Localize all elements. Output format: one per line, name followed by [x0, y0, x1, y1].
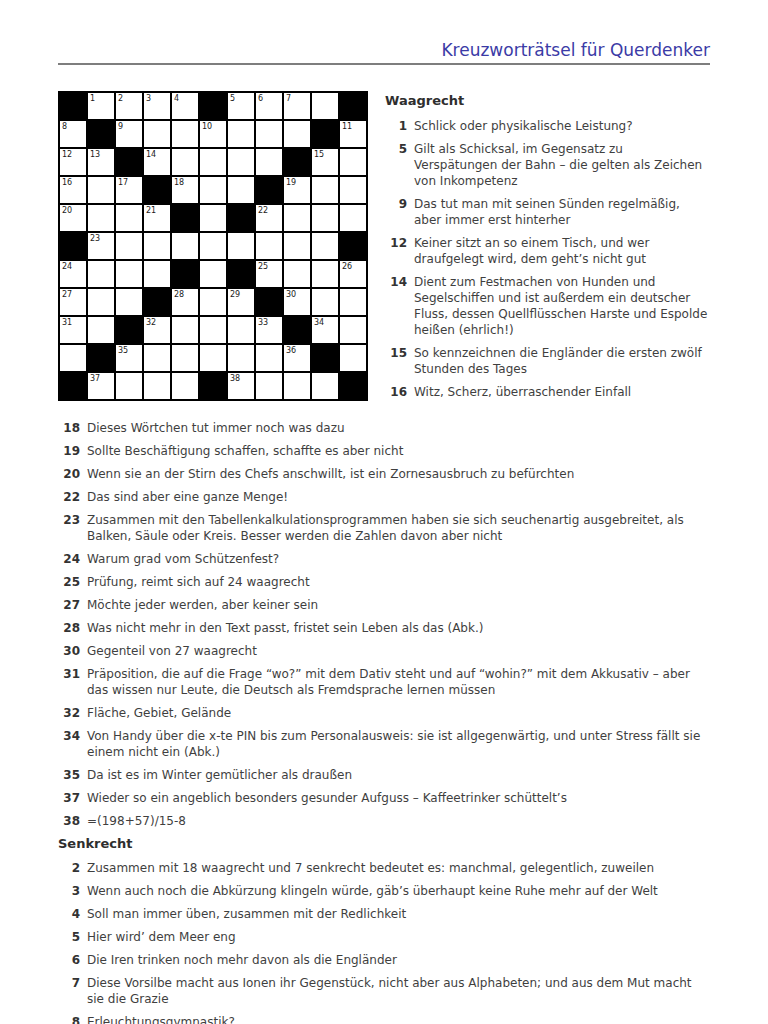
clue-32: 32Fläche, Gebiet, Gelände [58, 705, 710, 721]
white-cell: 27 [60, 289, 86, 315]
white-cell: 37 [88, 373, 114, 399]
white-cell: 25 [256, 261, 282, 287]
clue-text: Das sind aber eine ganze Menge! [87, 489, 710, 505]
black-cell [144, 289, 170, 315]
white-cell [172, 233, 198, 259]
clue-5: 5Gilt als Schicksal, im Gegensatz zu Ver… [385, 141, 710, 189]
clue-15: 15So kennzeichnen die Engländer die erst… [385, 345, 710, 377]
white-cell: 20 [60, 205, 86, 231]
white-cell: 21 [144, 205, 170, 231]
white-cell [200, 233, 226, 259]
clue-12: 12Keiner sitzt an so einem Tisch, und we… [385, 235, 710, 267]
white-cell [88, 177, 114, 203]
cell-number: 30 [286, 290, 296, 299]
black-cell [340, 93, 366, 119]
white-cell: 4 [172, 93, 198, 119]
clue-number: 1 [385, 118, 407, 134]
white-cell [340, 289, 366, 315]
cell-number: 31 [62, 318, 72, 327]
white-cell: 14 [144, 149, 170, 175]
white-cell [228, 149, 254, 175]
clue-number: 4 [58, 906, 80, 922]
white-cell: 30 [284, 289, 310, 315]
white-cell [256, 149, 282, 175]
clue-2: 2Zusammen mit 18 waagrecht und 7 senkrec… [58, 860, 710, 876]
white-cell [88, 317, 114, 343]
white-cell: 9 [116, 121, 142, 147]
across-clues-below: 18Dieses Wörtchen tut immer noch was daz… [58, 420, 710, 1024]
white-cell [256, 233, 282, 259]
white-cell [228, 121, 254, 147]
white-cell: 11 [340, 121, 366, 147]
across-heading: Waagrecht [385, 93, 710, 109]
clue-text: Wenn sie an der Stirn des Chefs anschwil… [87, 466, 710, 482]
cell-number: 18 [174, 178, 184, 187]
black-cell [312, 121, 338, 147]
white-cell [116, 289, 142, 315]
black-cell [284, 149, 310, 175]
clue-number: 8 [58, 1014, 80, 1024]
black-cell [60, 373, 86, 399]
white-cell [312, 177, 338, 203]
clue-number: 6 [58, 952, 80, 968]
clue-number: 24 [58, 551, 80, 567]
cell-number: 3 [146, 94, 151, 103]
white-cell [172, 121, 198, 147]
clue-34: 34Von Handy über die x-te PIN bis zum Pe… [58, 728, 710, 760]
white-cell: 35 [116, 345, 142, 371]
clue-3: 3Wenn auch noch die Abkürzung klingeln w… [58, 883, 710, 899]
across-clues-column: Waagrecht 1Schlick oder physikalische Le… [385, 91, 710, 407]
white-cell: 26 [340, 261, 366, 287]
clue-20: 20Wenn sie an der Stirn des Chefs anschw… [58, 466, 710, 482]
cell-number: 38 [230, 374, 240, 383]
white-cell: 33 [256, 317, 282, 343]
clue-37: 37Wieder so ein angeblich besonders gesu… [58, 790, 710, 806]
black-cell [284, 317, 310, 343]
clue-19: 19Sollte Beschäftigung schaffen, schafft… [58, 443, 710, 459]
cell-number: 6 [258, 94, 263, 103]
clue-text: Zusammen mit 18 waagrecht und 7 senkrech… [87, 860, 710, 876]
white-cell [312, 261, 338, 287]
white-cell [144, 261, 170, 287]
cell-number: 21 [146, 206, 156, 215]
white-cell [312, 93, 338, 119]
clue-text: Warum grad vom Schützenfest? [87, 551, 710, 567]
across-clues-below-list: 18Dieses Wörtchen tut immer noch was daz… [58, 420, 710, 829]
clue-text: Witz, Scherz, überraschender Einfall [414, 384, 710, 400]
clue-text: Dient zum Festmachen von Hunden und Sege… [414, 274, 710, 338]
white-cell: 15 [312, 149, 338, 175]
white-cell: 31 [60, 317, 86, 343]
cell-number: 4 [174, 94, 179, 103]
cell-number: 10 [202, 122, 212, 131]
across-clues-right-list: 1Schlick oder physikalische Leistung?5Gi… [385, 118, 710, 400]
clue-number: 32 [58, 705, 80, 721]
clue-6: 6Die Iren trinken noch mehr davon als di… [58, 952, 710, 968]
white-cell [228, 177, 254, 203]
white-cell [200, 205, 226, 231]
clue-number: 38 [58, 813, 80, 829]
cell-number: 16 [62, 178, 72, 187]
clue-number: 27 [58, 597, 80, 613]
white-cell [312, 205, 338, 231]
cell-number: 19 [286, 178, 296, 187]
white-cell [340, 345, 366, 371]
white-cell [172, 373, 198, 399]
clue-number: 18 [58, 420, 80, 436]
clue-7: 7Diese Vorsilbe macht aus Ionen ihr Gege… [58, 975, 710, 1007]
white-cell [60, 345, 86, 371]
white-cell: 6 [256, 93, 282, 119]
clue-14: 14Dient zum Festmachen von Hunden und Se… [385, 274, 710, 338]
white-cell [172, 317, 198, 343]
clue-number: 7 [58, 975, 80, 1007]
black-cell [200, 93, 226, 119]
clue-number: 14 [385, 274, 407, 338]
white-cell [284, 261, 310, 287]
white-cell: 23 [88, 233, 114, 259]
clue-text: Wieder so ein angeblich besonders gesund… [87, 790, 710, 806]
cell-number: 12 [62, 150, 72, 159]
cell-number: 7 [286, 94, 291, 103]
clue-9: 9Das tut man mit seinen Sünden regelmäßi… [385, 196, 710, 228]
clue-25: 25Prüfung, reimt sich auf 24 waagrecht [58, 574, 710, 590]
clue-text: Da ist es im Winter gemütlicher als drau… [87, 767, 710, 783]
clue-number: 16 [385, 384, 407, 400]
clue-text: Hier wird’ dem Meer eng [87, 929, 710, 945]
white-cell [284, 373, 310, 399]
white-cell [200, 177, 226, 203]
clue-16: 16Witz, Scherz, überraschender Einfall [385, 384, 710, 400]
white-cell [340, 149, 366, 175]
clue-text: Was nicht mehr in den Text passt, friste… [87, 620, 710, 636]
white-cell: 28 [172, 289, 198, 315]
cell-number: 1 [90, 94, 95, 103]
white-cell: 13 [88, 149, 114, 175]
clue-number: 20 [58, 466, 80, 482]
clue-text: Das tut man mit seinen Sünden regelmäßig… [414, 196, 710, 228]
cell-number: 25 [258, 262, 268, 271]
white-cell: 24 [60, 261, 86, 287]
cell-number: 29 [230, 290, 240, 299]
crossword-grid: 1234567891011121314151617181920212223242… [58, 91, 368, 401]
black-cell [88, 121, 114, 147]
clue-text: =(198+57)/15-8 [87, 813, 710, 829]
clue-5: 5Hier wird’ dem Meer eng [58, 929, 710, 945]
white-cell: 18 [172, 177, 198, 203]
clue-text: Möchte jeder werden, aber keiner sein [87, 597, 710, 613]
white-cell: 38 [228, 373, 254, 399]
white-cell [228, 233, 254, 259]
clue-number: 31 [58, 666, 80, 698]
white-cell [88, 261, 114, 287]
clue-text: So kennzeichnen die Engländer die ersten… [414, 345, 710, 377]
clue-number: 15 [385, 345, 407, 377]
clue-text: Von Handy über die x-te PIN bis zum Pers… [87, 728, 710, 760]
cell-number: 27 [62, 290, 72, 299]
cell-number: 36 [286, 346, 296, 355]
clue-text: Diese Vorsilbe macht aus Ionen ihr Gegen… [87, 975, 710, 1007]
cell-number: 20 [62, 206, 72, 215]
white-cell [312, 373, 338, 399]
white-cell [116, 261, 142, 287]
cell-number: 9 [118, 122, 123, 131]
white-cell [144, 345, 170, 371]
clue-number: 12 [385, 235, 407, 267]
black-cell [172, 261, 198, 287]
white-cell: 16 [60, 177, 86, 203]
white-cell: 17 [116, 177, 142, 203]
white-cell [284, 233, 310, 259]
cell-number: 26 [342, 262, 352, 271]
white-cell [200, 317, 226, 343]
clue-35: 35Da ist es im Winter gemütlicher als dr… [58, 767, 710, 783]
white-cell [340, 205, 366, 231]
white-cell [228, 345, 254, 371]
clue-text: Präposition, die auf die Frage “wo?” mit… [87, 666, 710, 698]
clue-22: 22Das sind aber eine ganze Menge! [58, 489, 710, 505]
clue-number: 30 [58, 643, 80, 659]
black-cell [144, 177, 170, 203]
clue-number: 23 [58, 512, 80, 544]
clue-31: 31Präposition, die auf die Frage “wo?” m… [58, 666, 710, 698]
black-cell [172, 205, 198, 231]
black-cell [228, 205, 254, 231]
clue-number: 37 [58, 790, 80, 806]
clue-text: Dieses Wörtchen tut immer noch was dazu [87, 420, 710, 436]
black-cell [256, 177, 282, 203]
title-rule [58, 63, 710, 65]
white-cell [116, 373, 142, 399]
clue-number: 9 [385, 196, 407, 228]
cell-number: 23 [90, 234, 100, 243]
white-cell: 12 [60, 149, 86, 175]
black-cell [340, 233, 366, 259]
down-heading: Senkrecht [58, 836, 710, 852]
cell-number: 17 [118, 178, 128, 187]
black-cell [200, 373, 226, 399]
black-cell [60, 93, 86, 119]
white-cell: 19 [284, 177, 310, 203]
clue-text: Die Iren trinken noch mehr davon als die… [87, 952, 710, 968]
white-cell: 1 [88, 93, 114, 119]
white-cell [256, 121, 282, 147]
white-cell [200, 345, 226, 371]
white-cell [88, 205, 114, 231]
white-cell: 32 [144, 317, 170, 343]
cell-number: 15 [314, 150, 324, 159]
clue-number: 22 [58, 489, 80, 505]
white-cell [116, 205, 142, 231]
clue-text: Gegenteil von 27 waagrecht [87, 643, 710, 659]
clue-text: Keiner sitzt an so einem Tisch, und wer … [414, 235, 710, 267]
puzzle-top-row: 1234567891011121314151617181920212223242… [58, 91, 710, 407]
clue-text: Zusammen mit den Tabellenkalkulationspro… [87, 512, 710, 544]
cell-number: 33 [258, 318, 268, 327]
clue-1: 1Schlick oder physikalische Leistung? [385, 118, 710, 134]
cell-number: 34 [314, 318, 324, 327]
cell-number: 14 [146, 150, 156, 159]
cell-number: 28 [174, 290, 184, 299]
white-cell [172, 149, 198, 175]
black-cell [116, 149, 142, 175]
cell-number: 32 [146, 318, 156, 327]
down-clues-list: 2Zusammen mit 18 waagrecht und 7 senkrec… [58, 860, 710, 1024]
white-cell: 29 [228, 289, 254, 315]
black-cell [116, 317, 142, 343]
clue-text: Sollte Beschäftigung schaffen, schaffte … [87, 443, 710, 459]
clue-number: 3 [58, 883, 80, 899]
black-cell [60, 233, 86, 259]
white-cell [200, 289, 226, 315]
cell-number: 24 [62, 262, 72, 271]
clue-30: 30Gegenteil von 27 waagrecht [58, 643, 710, 659]
clue-text: Erleuchtungsgymnastik? [87, 1014, 710, 1024]
clue-number: 35 [58, 767, 80, 783]
white-cell [200, 261, 226, 287]
cell-number: 2 [118, 94, 123, 103]
clue-text: Schlick oder physikalische Leistung? [414, 118, 710, 134]
clue-text: Fläche, Gebiet, Gelände [87, 705, 710, 721]
clue-text: Prüfung, reimt sich auf 24 waagrecht [87, 574, 710, 590]
white-cell [116, 233, 142, 259]
clue-number: 34 [58, 728, 80, 760]
clue-18: 18Dieses Wörtchen tut immer noch was daz… [58, 420, 710, 436]
clue-number: 19 [58, 443, 80, 459]
white-cell [172, 345, 198, 371]
white-cell: 10 [200, 121, 226, 147]
clue-number: 25 [58, 574, 80, 590]
white-cell [284, 121, 310, 147]
white-cell [144, 233, 170, 259]
clue-4: 4Soll man immer üben, zusammen mit der R… [58, 906, 710, 922]
white-cell: 8 [60, 121, 86, 147]
white-cell [256, 345, 282, 371]
white-cell [228, 317, 254, 343]
clue-number: 28 [58, 620, 80, 636]
black-cell [256, 289, 282, 315]
white-cell [284, 205, 310, 231]
white-cell: 36 [284, 345, 310, 371]
white-cell: 5 [228, 93, 254, 119]
clue-8: 8Erleuchtungsgymnastik? [58, 1014, 710, 1024]
clue-number: 2 [58, 860, 80, 876]
white-cell [312, 233, 338, 259]
white-cell [312, 289, 338, 315]
clue-text: Gilt als Schicksal, im Gegensatz zu Vers… [414, 141, 710, 189]
cell-number: 13 [90, 150, 100, 159]
clue-number: 5 [58, 929, 80, 945]
cell-number: 5 [230, 94, 235, 103]
white-cell [256, 373, 282, 399]
cell-number: 37 [90, 374, 100, 383]
clue-23: 23Zusammen mit den Tabellenkalkulationsp… [58, 512, 710, 544]
clue-28: 28Was nicht mehr in den Text passt, fris… [58, 620, 710, 636]
white-cell [144, 121, 170, 147]
white-cell [200, 149, 226, 175]
white-cell [340, 177, 366, 203]
clue-number: 5 [385, 141, 407, 189]
white-cell: 22 [256, 205, 282, 231]
black-cell [312, 345, 338, 371]
page-title: Kreuzworträtsel für Querdenker [58, 40, 710, 60]
white-cell [88, 289, 114, 315]
clue-text: Soll man immer üben, zusammen mit der Re… [87, 906, 710, 922]
black-cell [228, 261, 254, 287]
clue-38: 38=(198+57)/15-8 [58, 813, 710, 829]
cell-number: 22 [258, 206, 268, 215]
black-cell [340, 373, 366, 399]
white-cell: 7 [284, 93, 310, 119]
clue-text: Wenn auch noch die Abkürzung klingeln wü… [87, 883, 710, 899]
cell-number: 35 [118, 346, 128, 355]
black-cell [88, 345, 114, 371]
white-cell: 2 [116, 93, 142, 119]
white-cell [340, 317, 366, 343]
white-cell: 34 [312, 317, 338, 343]
clue-24: 24Warum grad vom Schützenfest? [58, 551, 710, 567]
white-cell: 3 [144, 93, 170, 119]
white-cell [144, 373, 170, 399]
clue-27: 27Möchte jeder werden, aber keiner sein [58, 597, 710, 613]
cell-number: 11 [342, 122, 352, 131]
cell-number: 8 [62, 122, 67, 131]
